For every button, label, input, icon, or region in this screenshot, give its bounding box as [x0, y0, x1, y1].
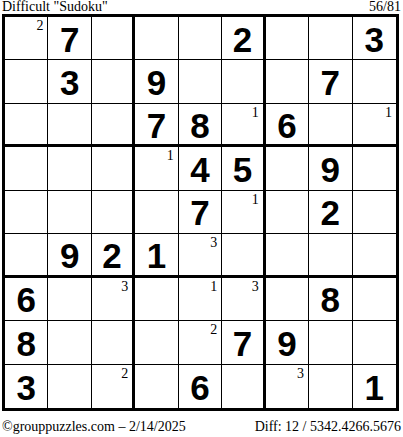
cell-r5c6[interactable]: 1	[222, 191, 265, 234]
cell-r3c4[interactable]: 7	[135, 104, 178, 147]
pencil-mark: 3	[121, 279, 128, 294]
cell-r8c4[interactable]	[135, 321, 178, 364]
cell-r3c1[interactable]	[5, 104, 48, 147]
given-digit: 7	[233, 324, 252, 361]
cell-r9c6[interactable]	[222, 365, 265, 408]
cell-r7c7[interactable]	[266, 278, 309, 321]
cell-r5c9[interactable]	[353, 191, 396, 234]
difficulty-rating: Diff: 12 / 5342.4266.5676	[255, 419, 401, 434]
cell-r4c3[interactable]	[92, 147, 135, 190]
cell-r5c7[interactable]	[266, 191, 309, 234]
given-digit: 6	[190, 368, 209, 405]
cell-r6c8[interactable]	[309, 234, 352, 277]
cell-r6c2[interactable]: 9	[48, 234, 91, 277]
cell-r3c8[interactable]	[309, 104, 352, 147]
cell-r2c2[interactable]: 3	[48, 60, 91, 103]
cell-r5c1[interactable]	[5, 191, 48, 234]
given-digit: 8	[16, 324, 35, 361]
cell-r8c6[interactable]: 7	[222, 321, 265, 364]
cell-r6c4[interactable]: 1	[135, 234, 178, 277]
cell-r4c7[interactable]	[266, 147, 309, 190]
cell-r8c1[interactable]: 8	[5, 321, 48, 364]
given-digit: 9	[147, 63, 166, 100]
given-digit: 5	[233, 150, 252, 187]
pencil-mark: 1	[252, 192, 259, 207]
given-digit: 1	[147, 236, 166, 273]
cell-r6c3[interactable]: 2	[92, 234, 135, 277]
cell-r6c1[interactable]	[5, 234, 48, 277]
pencil-mark: 3	[210, 235, 217, 250]
sudoku-page: Difficult "Sudoku" 56/81 272339778161145…	[0, 0, 403, 437]
cell-r8c3[interactable]	[92, 321, 135, 364]
cell-r4c8[interactable]: 9	[309, 147, 352, 190]
cell-r2c1[interactable]	[5, 60, 48, 103]
given-digit: 3	[60, 63, 79, 100]
cell-r1c7[interactable]	[266, 17, 309, 60]
given-digit: 2	[102, 236, 121, 273]
cell-r7c8[interactable]: 8	[309, 278, 352, 321]
cell-r4c1[interactable]	[5, 147, 48, 190]
cell-r2c3[interactable]	[92, 60, 135, 103]
cell-r5c3[interactable]	[92, 191, 135, 234]
cell-r3c3[interactable]	[92, 104, 135, 147]
cell-r2c6[interactable]	[222, 60, 265, 103]
cell-r1c2[interactable]: 7	[48, 17, 91, 60]
footer: ©grouppuzzles.com – 2/14/2025 Diff: 12 /…	[0, 419, 403, 434]
cell-r8c5[interactable]: 2	[179, 321, 222, 364]
cell-r5c2[interactable]	[48, 191, 91, 234]
given-digit: 6	[277, 106, 296, 143]
cell-r8c7[interactable]: 9	[266, 321, 309, 364]
given-digit: 9	[277, 324, 296, 361]
cell-r3c7[interactable]: 6	[266, 104, 309, 147]
progress-counter: 56/81	[369, 0, 401, 14]
cell-r1c6[interactable]: 2	[222, 17, 265, 60]
cell-r7c6[interactable]: 3	[222, 278, 265, 321]
cell-r6c7[interactable]	[266, 234, 309, 277]
cell-r1c9[interactable]: 3	[353, 17, 396, 60]
cell-r4c5[interactable]: 4	[179, 147, 222, 190]
given-digit: 2	[321, 193, 340, 230]
cell-r1c4[interactable]	[135, 17, 178, 60]
pencil-mark: 3	[252, 279, 259, 294]
cell-r1c5[interactable]	[179, 17, 222, 60]
pencil-mark: 1	[210, 279, 217, 294]
cell-r8c2[interactable]	[48, 321, 91, 364]
cell-r9c8[interactable]	[309, 365, 352, 408]
cell-r6c9[interactable]	[353, 234, 396, 277]
cell-r1c1[interactable]: 2	[5, 17, 48, 60]
cell-r2c8[interactable]: 7	[309, 60, 352, 103]
pencil-mark: 1	[252, 105, 259, 120]
cell-r2c5[interactable]	[179, 60, 222, 103]
given-digit: 7	[321, 63, 340, 100]
pencil-mark: 3	[297, 366, 304, 381]
given-digit: 9	[60, 236, 79, 273]
given-digit: 1	[365, 368, 384, 405]
pencil-mark: 2	[210, 322, 217, 337]
given-digit: 2	[233, 20, 252, 57]
sudoku-board: 2723397781611459712921363138827932631	[2, 14, 399, 411]
puzzle-title: Difficult "Sudoku"	[2, 0, 108, 14]
cell-r4c9[interactable]	[353, 147, 396, 190]
cell-r7c2[interactable]	[48, 278, 91, 321]
cell-r9c5[interactable]: 6	[179, 365, 222, 408]
cell-r8c8[interactable]	[309, 321, 352, 364]
given-digit: 8	[321, 280, 340, 317]
cell-r5c8[interactable]: 2	[309, 191, 352, 234]
cell-r4c6[interactable]: 5	[222, 147, 265, 190]
cell-r7c4[interactable]	[135, 278, 178, 321]
cell-r5c4[interactable]	[135, 191, 178, 234]
given-digit: 8	[190, 106, 209, 143]
cell-r3c5[interactable]: 8	[179, 104, 222, 147]
given-digit: 7	[147, 106, 166, 143]
given-digit: 4	[190, 150, 209, 187]
cell-r9c7[interactable]: 3	[266, 365, 309, 408]
pencil-mark: 1	[385, 105, 392, 120]
cell-r3c2[interactable]	[48, 104, 91, 147]
cell-r9c4[interactable]	[135, 365, 178, 408]
copyright-date: ©grouppuzzles.com – 2/14/2025	[2, 419, 186, 434]
given-digit: 9	[321, 150, 340, 187]
cell-r7c1[interactable]: 6	[5, 278, 48, 321]
cell-r7c3[interactable]: 3	[92, 278, 135, 321]
given-digit: 3	[365, 20, 384, 57]
pencil-mark: 2	[36, 18, 43, 33]
cell-r6c6[interactable]	[222, 234, 265, 277]
cell-r4c4[interactable]: 1	[135, 147, 178, 190]
cell-r2c4[interactable]: 9	[135, 60, 178, 103]
cell-r9c3[interactable]: 2	[92, 365, 135, 408]
given-digit: 7	[190, 193, 209, 230]
cell-r7c5[interactable]: 1	[179, 278, 222, 321]
cell-r9c1[interactable]: 3	[5, 365, 48, 408]
given-digit: 7	[60, 20, 79, 57]
pencil-mark: 1	[167, 148, 174, 163]
given-digit: 3	[16, 368, 35, 405]
cell-r3c9[interactable]: 1	[353, 104, 396, 147]
cell-r1c8[interactable]	[309, 17, 352, 60]
cell-r2c7[interactable]	[266, 60, 309, 103]
cell-r7c9[interactable]	[353, 278, 396, 321]
cell-r8c9[interactable]	[353, 321, 396, 364]
cell-r9c9[interactable]: 1	[353, 365, 396, 408]
cell-r3c6[interactable]: 1	[222, 104, 265, 147]
cell-r2c9[interactable]	[353, 60, 396, 103]
header: Difficult "Sudoku" 56/81	[0, 0, 403, 14]
given-digit: 6	[16, 280, 35, 317]
cell-r4c2[interactable]	[48, 147, 91, 190]
cell-r6c5[interactable]: 3	[179, 234, 222, 277]
cell-r5c5[interactable]: 7	[179, 191, 222, 234]
cell-r9c2[interactable]	[48, 365, 91, 408]
cell-r1c3[interactable]	[92, 17, 135, 60]
pencil-mark: 2	[121, 366, 128, 381]
